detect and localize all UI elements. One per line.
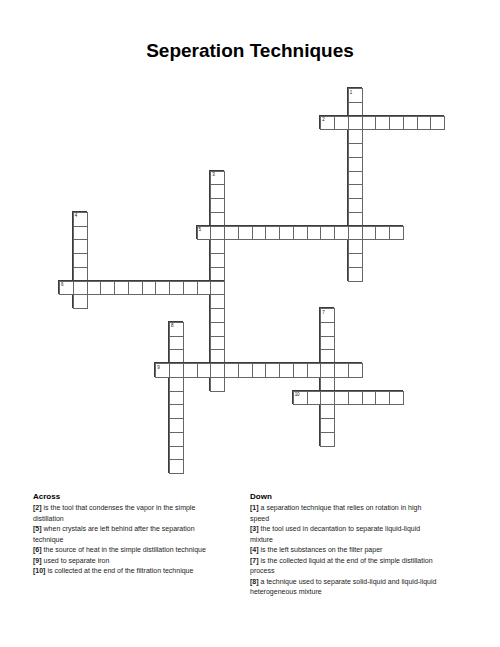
clue-number-label: [7] (250, 557, 259, 564)
clue-number: 2 (322, 117, 324, 122)
grid-cell[interactable] (334, 391, 349, 406)
grid-cell[interactable]: 3 (210, 171, 225, 186)
clue-item: [6]the source of heat in the simple dist… (33, 545, 243, 556)
grid-cell[interactable] (169, 418, 184, 433)
grid-cell[interactable] (73, 239, 88, 254)
grid-cell[interactable] (73, 253, 88, 268)
grid-cell[interactable] (224, 226, 239, 241)
clue-item: [5]when crystals are left behind after t… (33, 524, 243, 545)
clue-number-label: [9] (33, 557, 42, 564)
clue-number: 10 (295, 392, 300, 397)
grid-cell[interactable] (307, 391, 322, 406)
grid-cell[interactable] (183, 281, 198, 296)
grid-cell[interactable] (210, 363, 225, 378)
grid-cell[interactable] (362, 391, 377, 406)
grid-cell[interactable] (210, 336, 225, 351)
grid-cell[interactable] (197, 281, 212, 296)
word-2-across: 2 (319, 115, 444, 130)
grid-cell[interactable]: 8 (169, 322, 184, 337)
clue-item: [3]the tool used in decantation to separ… (250, 524, 482, 545)
down-clue-list: [1]a separation technique that relies on… (250, 503, 482, 598)
grid-cell[interactable] (348, 239, 363, 254)
clue-item: [1]a separation technique that relies on… (250, 503, 482, 524)
word-8-down: 8 (168, 321, 183, 473)
grid-cell[interactable] (320, 226, 335, 241)
grid-cell[interactable] (197, 363, 212, 378)
word-10-across: 10 (292, 390, 403, 405)
clue-text: a separation technique that relies on ro… (250, 504, 421, 522)
grid-cell[interactable]: 7 (320, 308, 335, 323)
crossword-grid: 12345678910 (58, 87, 444, 473)
grid-cell[interactable] (348, 363, 363, 378)
grid-cell[interactable] (348, 253, 363, 268)
clue-number: 1 (350, 90, 352, 95)
across-header: Across (33, 491, 243, 502)
grid-cell[interactable] (238, 226, 253, 241)
grid-cell[interactable] (210, 308, 225, 323)
grid-cell[interactable] (169, 336, 184, 351)
clue-text: is the tool that condenses the vapor in … (33, 504, 195, 522)
grid-cell[interactable] (348, 226, 363, 241)
grid-cell[interactable] (348, 157, 363, 172)
grid-cell[interactable] (265, 363, 280, 378)
clue-number: 8 (171, 323, 173, 328)
grid-cell[interactable] (169, 391, 184, 406)
clue-item: [10]is collected at the end of the filtr… (33, 566, 243, 577)
clue-number-label: [4] (250, 546, 259, 553)
clue-number-label: [1] (250, 504, 259, 511)
grid-cell[interactable] (169, 404, 184, 419)
clue-number-label: [10] (33, 567, 45, 574)
grid-cell[interactable] (348, 184, 363, 199)
grid-cell[interactable] (403, 116, 418, 131)
clue-number-label: [6] (33, 546, 42, 553)
grid-cell[interactable] (362, 116, 377, 131)
grid-cell[interactable] (224, 363, 239, 378)
clue-number-label: [2] (33, 504, 42, 511)
grid-cell[interactable] (348, 267, 363, 282)
across-clue-list: [2]is the tool that condenses the vapor … (33, 503, 243, 577)
clue-number: 5 (199, 227, 201, 232)
grid-cell[interactable]: 2 (320, 116, 335, 131)
grid-cell[interactable] (375, 226, 390, 241)
clue-number: 7 (322, 310, 324, 315)
grid-cell[interactable] (320, 418, 335, 433)
word-9-across: 9 (154, 362, 361, 377)
grid-cell[interactable] (334, 116, 349, 131)
grid-cell[interactable] (210, 322, 225, 337)
clue-item: [7]is the collected liquid at the end of… (250, 556, 482, 577)
grid-cell[interactable] (279, 363, 294, 378)
clue-number: 9 (157, 365, 159, 370)
clue-item: [9]used to separate iron (33, 556, 243, 567)
grid-cell[interactable] (307, 363, 322, 378)
clue-number-label: [8] (250, 578, 259, 585)
clue-text: the source of heat in the simple distill… (44, 546, 206, 553)
grid-cell[interactable] (293, 226, 308, 241)
grid-cell[interactable] (348, 143, 363, 158)
clue-text: when crystals are left behind after the … (33, 525, 195, 543)
grid-cell[interactable] (348, 171, 363, 186)
grid-cell[interactable] (320, 336, 335, 351)
grid-cell[interactable] (210, 226, 225, 241)
clue-item: [2]is the tool that condenses the vapor … (33, 503, 243, 524)
grid-cell[interactable] (375, 391, 390, 406)
grid-cell[interactable] (430, 116, 445, 131)
grid-cell[interactable] (252, 226, 267, 241)
clue-number-label: [3] (250, 525, 259, 532)
grid-cell[interactable] (73, 281, 88, 296)
grid-cell[interactable] (320, 363, 335, 378)
grid-cell[interactable] (155, 281, 170, 296)
grid-cell[interactable] (265, 226, 280, 241)
grid-cell[interactable] (210, 239, 225, 254)
grid-cell[interactable] (348, 198, 363, 213)
grid-cell[interactable] (210, 281, 225, 296)
grid-cell[interactable] (348, 129, 363, 144)
grid-cell[interactable] (334, 226, 349, 241)
grid-cell[interactable] (417, 116, 432, 131)
grid-cell[interactable] (238, 363, 253, 378)
grid-cell[interactable] (362, 226, 377, 241)
word-6-across: 6 (58, 280, 224, 295)
grid-cell[interactable] (389, 226, 404, 241)
grid-cell[interactable] (128, 281, 143, 296)
down-header: Down (250, 491, 482, 502)
clue-number-label: [5] (33, 525, 42, 532)
grid-cell[interactable] (210, 377, 225, 392)
grid-cell[interactable] (320, 322, 335, 337)
grid-cell[interactable]: 6 (59, 281, 74, 296)
word-5-across: 5 (196, 225, 403, 240)
grid-cell[interactable] (169, 363, 184, 378)
grid-cell[interactable] (87, 281, 102, 296)
grid-cell[interactable]: 1 (348, 88, 363, 103)
grid-cell[interactable] (389, 116, 404, 131)
grid-cell[interactable]: 5 (197, 226, 212, 241)
down-clues-section: Down [1]a separation technique that reli… (250, 491, 482, 598)
clue-item: [4]is the left substances on the filter … (250, 545, 482, 556)
page: Seperation Techniques 12345678910 Across… (0, 0, 500, 647)
grid-cell[interactable] (169, 432, 184, 447)
clue-item: [8]a technique used to separate solid-li… (250, 577, 482, 598)
across-clues-section: Across [2]is the tool that condenses the… (33, 491, 243, 577)
grid-cell[interactable] (293, 363, 308, 378)
grid-cell[interactable] (320, 404, 335, 419)
clue-text: is the collected liquid at the end of th… (250, 557, 433, 575)
grid-cell[interactable] (169, 377, 184, 392)
grid-cell[interactable] (210, 184, 225, 199)
puzzle-title: Seperation Techniques (0, 40, 500, 62)
grid-cell[interactable] (169, 281, 184, 296)
grid-cell[interactable] (307, 226, 322, 241)
grid-cell[interactable] (334, 363, 349, 378)
grid-cell[interactable] (169, 459, 184, 474)
clue-number: 3 (212, 172, 214, 177)
clue-text: the tool used in decantation to separate… (250, 525, 420, 543)
grid-cell[interactable] (389, 391, 404, 406)
clue-text: a technique used to separate solid-liqui… (250, 578, 436, 596)
clue-number: 4 (75, 213, 77, 218)
grid-cell[interactable] (183, 363, 198, 378)
grid-cell[interactable] (252, 363, 267, 378)
clue-number: 6 (61, 282, 63, 287)
grid-cell[interactable]: 9 (155, 363, 170, 378)
grid-cell[interactable] (210, 294, 225, 309)
grid-cell[interactable] (73, 226, 88, 241)
grid-cell[interactable] (210, 253, 225, 268)
grid-cell[interactable] (348, 116, 363, 131)
grid-cell[interactable]: 4 (73, 212, 88, 227)
grid-cell[interactable] (279, 226, 294, 241)
grid-cell[interactable] (210, 198, 225, 213)
grid-cell[interactable]: 10 (293, 391, 308, 406)
clue-text: is the left substances on the filter pap… (261, 546, 383, 553)
grid-cell[interactable] (320, 432, 335, 447)
grid-cell[interactable] (73, 294, 88, 309)
grid-cell[interactable] (320, 391, 335, 406)
grid-cell[interactable] (142, 281, 157, 296)
grid-cell[interactable] (348, 391, 363, 406)
grid-cell[interactable] (169, 446, 184, 461)
clue-text: is collected at the end of the filtratio… (47, 567, 193, 574)
clue-text: used to separate iron (44, 557, 110, 564)
grid-cell[interactable] (375, 116, 390, 131)
grid-cell[interactable] (100, 281, 115, 296)
grid-cell[interactable] (114, 281, 129, 296)
